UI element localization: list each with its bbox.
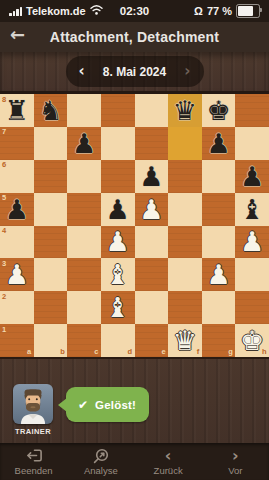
date-band: ‹ 8. Mai 2024 ›: [0, 52, 269, 91]
battery-icon: [236, 4, 260, 18]
trainer-avatar: [13, 384, 53, 424]
magnifier-icon: [93, 448, 109, 463]
square-d1[interactable]: d: [101, 324, 135, 357]
status-bar: 02:30 Telekom.de Ω 77 %: [0, 0, 269, 22]
solved-bubble: ✔ Gelöst!: [66, 387, 149, 422]
white-pawn: ♟: [101, 226, 135, 259]
square-g5[interactable]: [202, 193, 236, 226]
square-b6[interactable]: [34, 160, 68, 193]
square-c6[interactable]: [67, 160, 101, 193]
square-f2[interactable]: [168, 291, 202, 324]
toolbar-label: Zurück: [154, 465, 183, 476]
square-f5[interactable]: [168, 193, 202, 226]
rank-label: 7: [2, 128, 6, 136]
move-back-button[interactable]: ‹ Zurück: [135, 443, 202, 480]
square-a1[interactable]: 1a: [0, 324, 34, 357]
next-day-button[interactable]: ›: [184, 64, 190, 79]
square-h8[interactable]: [235, 94, 269, 127]
black-pawn: ♟: [202, 127, 236, 160]
analysis-button[interactable]: Analyse: [67, 443, 134, 480]
square-d2[interactable]: ♝: [101, 291, 135, 324]
square-g2[interactable]: [202, 291, 236, 324]
square-c2[interactable]: [67, 291, 101, 324]
square-d5[interactable]: ♟: [101, 193, 135, 226]
chess-board: 8♜♞♛♚7♟♟6♟♟5♟♟♟♝4♟♟3♟♝♟2♝1abcdef♛gh♚: [0, 91, 269, 359]
headphones-icon: Ω: [194, 5, 203, 17]
square-g4[interactable]: [202, 226, 236, 259]
exit-door-icon: [25, 448, 43, 463]
wifi-icon: [90, 5, 103, 17]
white-queen: ♛: [168, 324, 202, 357]
quit-button[interactable]: Beenden: [0, 443, 67, 480]
square-g7[interactable]: ♟: [202, 127, 236, 160]
square-a6[interactable]: 6: [0, 160, 34, 193]
square-a3[interactable]: 3♟: [0, 258, 34, 291]
square-h3[interactable]: [235, 258, 269, 291]
rank-label: 4: [2, 227, 6, 235]
square-b8[interactable]: ♞: [34, 94, 68, 127]
rank-label: 8: [2, 96, 6, 104]
square-b5[interactable]: [34, 193, 68, 226]
black-knight: ♞: [34, 94, 68, 127]
square-c3[interactable]: [67, 258, 101, 291]
square-g1[interactable]: g: [202, 324, 236, 357]
square-d7[interactable]: [101, 127, 135, 160]
prev-day-button[interactable]: ‹: [79, 64, 85, 79]
white-pawn: ♟: [0, 258, 34, 291]
square-h4[interactable]: ♟: [235, 226, 269, 259]
square-g8[interactable]: ♚: [202, 94, 236, 127]
square-b7[interactable]: [34, 127, 68, 160]
square-a2[interactable]: 2: [0, 291, 34, 324]
square-c5[interactable]: [67, 193, 101, 226]
black-rook: ♜: [0, 94, 34, 127]
square-f1[interactable]: f♛: [168, 324, 202, 357]
white-pawn: ♟: [235, 226, 269, 259]
square-h2[interactable]: [235, 291, 269, 324]
square-b3[interactable]: [34, 258, 68, 291]
carrier-label: Telekom.de: [26, 5, 86, 17]
check-icon: ✔: [78, 398, 88, 412]
square-e2[interactable]: [135, 291, 169, 324]
square-h1[interactable]: h♚: [235, 324, 269, 357]
header: ← Attachment, Detachment: [0, 22, 269, 52]
file-label: d: [127, 348, 132, 356]
square-d4[interactable]: ♟: [101, 226, 135, 259]
rank-label: 6: [2, 161, 6, 169]
square-e8[interactable]: [135, 94, 169, 127]
square-c7[interactable]: ♟: [67, 127, 101, 160]
black-pawn: ♟: [0, 193, 34, 226]
square-a5[interactable]: 5♟: [0, 193, 34, 226]
square-e3[interactable]: [135, 258, 169, 291]
square-b2[interactable]: [34, 291, 68, 324]
move-forward-button[interactable]: › Vor: [202, 443, 269, 480]
black-bishop: ♝: [235, 193, 269, 226]
square-c4[interactable]: [67, 226, 101, 259]
square-d8[interactable]: [101, 94, 135, 127]
white-pawn: ♟: [202, 258, 236, 291]
square-f6[interactable]: [168, 160, 202, 193]
back-button[interactable]: ←: [10, 24, 25, 45]
square-c1[interactable]: c: [67, 324, 101, 357]
file-label: a: [27, 348, 31, 356]
square-e6[interactable]: ♟: [135, 160, 169, 193]
file-label: c: [94, 348, 98, 356]
square-a4[interactable]: 4: [0, 226, 34, 259]
square-b4[interactable]: [34, 226, 68, 259]
square-h6[interactable]: ♟: [235, 160, 269, 193]
square-h5[interactable]: ♝: [235, 193, 269, 226]
square-d3[interactable]: ♝: [101, 258, 135, 291]
square-e4[interactable]: [135, 226, 169, 259]
black-pawn: ♟: [235, 160, 269, 193]
black-king: ♚: [202, 94, 236, 127]
black-pawn: ♟: [67, 127, 101, 160]
cell-signal-icon: [9, 7, 22, 16]
square-g6[interactable]: [202, 160, 236, 193]
toolbar-label: Beenden: [15, 465, 53, 476]
trainer-label: TRAINER: [13, 427, 53, 436]
file-label: e: [161, 348, 165, 356]
rank-label: 2: [2, 293, 6, 301]
solved-message: Gelöst!: [95, 399, 136, 411]
chevron-left-icon: ‹: [165, 448, 172, 463]
black-queen: ♛: [168, 94, 202, 127]
square-a7[interactable]: 7: [0, 127, 34, 160]
square-e1[interactable]: e: [135, 324, 169, 357]
square-h7[interactable]: [235, 127, 269, 160]
chevron-right-icon: ›: [232, 448, 239, 463]
rank-label: 5: [2, 194, 6, 202]
square-d6[interactable]: [101, 160, 135, 193]
square-e5[interactable]: ♟: [135, 193, 169, 226]
bottom-toolbar: Beenden Analyse ‹ Zurück › Vor: [0, 443, 269, 480]
rank-label: 3: [2, 260, 6, 268]
square-g3[interactable]: ♟: [202, 258, 236, 291]
square-f7[interactable]: [168, 127, 202, 160]
square-a8[interactable]: 8♜: [0, 94, 34, 127]
date-label: 8. Mai 2024: [103, 65, 166, 79]
black-pawn: ♟: [101, 193, 135, 226]
black-pawn: ♟: [135, 160, 169, 193]
square-b1[interactable]: b: [34, 324, 68, 357]
square-f4[interactable]: [168, 226, 202, 259]
white-pawn: ♟: [135, 193, 169, 226]
square-c8[interactable]: [67, 94, 101, 127]
square-e7[interactable]: [135, 127, 169, 160]
white-bishop: ♝: [101, 258, 135, 291]
file-label: f: [197, 348, 200, 356]
square-f3[interactable]: [168, 258, 202, 291]
toolbar-label: Analyse: [84, 465, 118, 476]
toolbar-label: Vor: [228, 465, 242, 476]
app-screen: 02:30 Telekom.de Ω 77 % ← Attachment, De…: [0, 0, 269, 480]
battery-percent-label: 77 %: [207, 5, 232, 17]
trainer-area: TRAINER ✔ Gelöst!: [0, 359, 269, 443]
page-title: Attachment, Detachment: [50, 29, 219, 45]
file-label: b: [60, 348, 65, 356]
file-label: g: [228, 348, 233, 356]
rank-label: 1: [2, 326, 6, 334]
square-f8[interactable]: ♛: [168, 94, 202, 127]
file-label: h: [262, 348, 267, 356]
date-picker: ‹ 8. Mai 2024 ›: [66, 56, 204, 87]
white-bishop: ♝: [101, 291, 135, 324]
white-king: ♚: [235, 324, 269, 357]
